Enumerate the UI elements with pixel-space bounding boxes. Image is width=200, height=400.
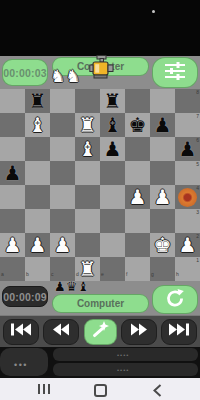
forward-icon: [129, 322, 149, 341]
square-c2[interactable]: ♟: [50, 233, 75, 257]
square-b3[interactable]: [25, 209, 50, 233]
chess-board: ♜♜8♝♜♝♚♟7♝♟♟6♟5♟♟43♟♟♟♚♟2abc♜defg1h: [0, 89, 200, 281]
square-e6[interactable]: ♟: [100, 137, 125, 161]
square-c3[interactable]: [50, 209, 75, 233]
square-e5[interactable]: [100, 161, 125, 185]
square-a7[interactable]: [0, 113, 25, 137]
square-g6[interactable]: [150, 137, 175, 161]
file-label: d: [76, 272, 79, 277]
rank-label: 8: [196, 90, 199, 95]
square-b8[interactable]: ♜: [25, 89, 50, 113]
rank-label: 5: [196, 162, 199, 167]
square-g5[interactable]: [150, 161, 175, 185]
square-e1[interactable]: e: [100, 257, 125, 281]
skip-to-start-button[interactable]: [3, 319, 39, 345]
square-b5[interactable]: [25, 161, 50, 185]
rewind-button[interactable]: [43, 319, 79, 345]
move-marker: [178, 188, 197, 207]
forward-button[interactable]: [121, 319, 157, 345]
rank-label: 1: [196, 258, 199, 263]
playback-controls: [0, 315, 200, 347]
captured-white-knight: ♞: [50, 68, 65, 85]
skip-to-start-icon: [9, 322, 33, 341]
home-icon[interactable]: [94, 384, 107, 397]
bar-dots: ••••: [117, 367, 129, 373]
black-pawn: ♟: [100, 137, 125, 161]
bar-dots: ••••: [117, 352, 129, 358]
square-g3[interactable]: [150, 209, 175, 233]
square-f2[interactable]: [125, 233, 150, 257]
square-e3[interactable]: [100, 209, 125, 233]
square-g7[interactable]: ♟: [150, 113, 175, 137]
file-label: g: [151, 272, 154, 277]
square-f3[interactable]: [125, 209, 150, 233]
square-a1[interactable]: a: [0, 257, 25, 281]
status-bar: [0, 0, 200, 56]
square-d5[interactable]: [75, 161, 100, 185]
rank-label: 3: [196, 210, 199, 215]
square-f4[interactable]: ♟: [125, 185, 150, 209]
square-g1[interactable]: g: [150, 257, 175, 281]
square-h7[interactable]: 7: [175, 113, 200, 137]
bottom-player-bar: 00:00:09 ♟♛♝ Computer: [0, 281, 200, 315]
top-player-bar: 00:00:03 Computer ♞♞: [0, 56, 200, 89]
recent-apps-icon[interactable]: [38, 384, 50, 394]
android-nav-bar: [0, 378, 200, 400]
app-screen: 00:00:03 Computer ♞♞: [0, 0, 200, 400]
square-d1[interactable]: ♜d: [75, 257, 100, 281]
file-label: e: [101, 272, 104, 277]
captured-black-queen: ♛: [66, 280, 78, 293]
square-h2[interactable]: ♟2: [175, 233, 200, 257]
square-d6[interactable]: ♝: [75, 137, 100, 161]
square-g8[interactable]: [150, 89, 175, 113]
square-b4[interactable]: [25, 185, 50, 209]
file-label: c: [51, 272, 54, 277]
black-bishop: ♝: [100, 113, 125, 137]
square-g2[interactable]: ♚: [150, 233, 175, 257]
rank-label: 7: [196, 114, 199, 119]
magic-wand-icon: [90, 320, 110, 344]
square-f8[interactable]: [125, 89, 150, 113]
square-a2[interactable]: ♟: [0, 233, 25, 257]
file-label: b: [26, 272, 29, 277]
black-king: ♚: [125, 113, 150, 137]
move-list-bar-2[interactable]: ••••: [53, 363, 198, 376]
black-pawn: ♟: [0, 161, 25, 185]
white-king: ♚: [150, 233, 175, 257]
square-a5[interactable]: ♟: [0, 161, 25, 185]
white-bishop: ♝: [25, 113, 50, 137]
white-rook: ♜: [75, 113, 100, 137]
square-c5[interactable]: [50, 161, 75, 185]
square-f6[interactable]: [125, 137, 150, 161]
square-f5[interactable]: [125, 161, 150, 185]
square-d4[interactable]: [75, 185, 100, 209]
sliders-tune-icon: [161, 60, 189, 86]
square-b6[interactable]: [25, 137, 50, 161]
square-d8[interactable]: [75, 89, 100, 113]
square-c1[interactable]: c: [50, 257, 75, 281]
square-d3[interactable]: [75, 209, 100, 233]
rank-label: 2: [196, 234, 199, 239]
black-rook: ♜: [25, 89, 50, 113]
square-f7[interactable]: ♚: [125, 113, 150, 137]
white-pawn: ♟: [50, 233, 75, 257]
white-pawn: ♟: [150, 185, 175, 209]
square-b7[interactable]: ♝: [25, 113, 50, 137]
restart-button[interactable]: [152, 285, 198, 314]
square-h6[interactable]: ♟6: [175, 137, 200, 161]
white-rook: ♜: [75, 257, 100, 281]
square-a4[interactable]: [0, 185, 25, 209]
rewind-icon: [51, 322, 71, 341]
square-c6[interactable]: [50, 137, 75, 161]
square-e7[interactable]: ♝: [100, 113, 125, 137]
back-icon[interactable]: [153, 383, 162, 400]
captured-by-bottom-tray: ♟♛♝: [54, 280, 89, 293]
square-a6[interactable]: [0, 137, 25, 161]
white-pawn: ♟: [125, 185, 150, 209]
square-a3[interactable]: [0, 209, 25, 233]
file-label: f: [126, 272, 127, 277]
white-pawn: ♟: [25, 233, 50, 257]
skip-to-end-button[interactable]: [161, 319, 197, 345]
ellipsis-dots: •••: [14, 361, 28, 370]
black-pawn: ♟: [150, 113, 175, 137]
captured-black-pawn: ♟: [54, 280, 66, 293]
square-e2[interactable]: [100, 233, 125, 257]
white-pawn: ♟: [0, 233, 25, 257]
settings-button[interactable]: [152, 57, 198, 88]
square-h5[interactable]: 5: [175, 161, 200, 185]
hint-button[interactable]: [84, 319, 117, 345]
square-h8[interactable]: 8: [175, 89, 200, 113]
square-d7[interactable]: ♜: [75, 113, 100, 137]
captured-by-top-tray: ♞♞: [50, 68, 81, 85]
widget-strip: ••• •••• ••••: [0, 347, 200, 378]
top-player-clock: 00:00:03: [2, 59, 48, 86]
refresh-circular-arrow-icon: [164, 287, 186, 313]
options-box[interactable]: •••: [0, 348, 48, 376]
square-b1[interactable]: b: [25, 257, 50, 281]
rank-label: 4: [196, 186, 199, 191]
square-c4[interactable]: [50, 185, 75, 209]
rank-label: 6: [196, 138, 199, 143]
captured-black-bishop: ♝: [77, 280, 89, 293]
bottom-player-name: Computer: [52, 294, 149, 313]
engine-icon: [89, 54, 114, 85]
square-a8[interactable]: [0, 89, 25, 113]
square-c7[interactable]: [50, 113, 75, 137]
square-g4[interactable]: ♟: [150, 185, 175, 209]
square-h3[interactable]: 3: [175, 209, 200, 233]
square-h4[interactable]: 4: [175, 185, 200, 209]
white-bishop: ♝: [75, 137, 100, 161]
square-f1[interactable]: f: [125, 257, 150, 281]
skip-to-end-icon: [167, 322, 191, 341]
square-e4[interactable]: [100, 185, 125, 209]
square-c8[interactable]: [50, 89, 75, 113]
file-label: h: [176, 272, 179, 277]
square-e8[interactable]: ♜: [100, 89, 125, 113]
camera-dot: [152, 10, 155, 13]
captured-white-knight: ♞: [65, 68, 80, 85]
square-b2[interactable]: ♟: [25, 233, 50, 257]
square-d2[interactable]: [75, 233, 100, 257]
black-rook: ♜: [100, 89, 125, 113]
move-list-bar-1[interactable]: ••••: [53, 348, 198, 361]
file-label: a: [1, 272, 4, 277]
square-h1[interactable]: 1h: [175, 257, 200, 281]
bottom-player-clock: 00:00:09: [2, 286, 48, 307]
